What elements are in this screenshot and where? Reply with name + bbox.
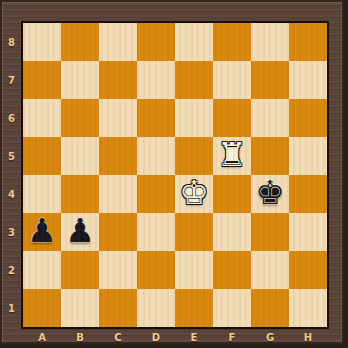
square-d4[interactable] [137,175,175,213]
square-h7[interactable] [289,61,327,99]
square-f1[interactable] [213,289,251,327]
square-f7[interactable] [213,61,251,99]
square-h2[interactable] [289,251,327,289]
board-frame: 87654321 ABCDEFGH ♜♚♚♟♟ [0,0,344,344]
chess-board: ♜♚♚♟♟ [21,21,329,329]
square-b8[interactable] [61,23,99,61]
square-c4[interactable] [99,175,137,213]
square-a6[interactable] [23,99,61,137]
square-e2[interactable] [175,251,213,289]
square-b2[interactable] [61,251,99,289]
square-b1[interactable] [61,289,99,327]
piece-white-king-e4[interactable]: ♚ [179,174,209,212]
square-g7[interactable] [251,61,289,99]
square-a4[interactable] [23,175,61,213]
rank-label-6: 6 [2,99,21,137]
square-f6[interactable] [213,99,251,137]
square-e3[interactable] [175,213,213,251]
rank-label-1: 1 [2,289,21,327]
square-e6[interactable] [175,99,213,137]
square-d3[interactable] [137,213,175,251]
square-d5[interactable] [137,137,175,175]
square-d2[interactable] [137,251,175,289]
square-c5[interactable] [99,137,137,175]
file-label-g: G [251,327,289,346]
square-e8[interactable] [175,23,213,61]
file-label-f: F [213,327,251,346]
square-d8[interactable] [137,23,175,61]
square-e7[interactable] [175,61,213,99]
square-g1[interactable] [251,289,289,327]
square-a2[interactable] [23,251,61,289]
square-h8[interactable] [289,23,327,61]
piece-black-pawn-b3[interactable]: ♟ [65,212,95,250]
square-a7[interactable] [23,61,61,99]
square-g5[interactable] [251,137,289,175]
square-h4[interactable] [289,175,327,213]
square-h3[interactable] [289,213,327,251]
square-g2[interactable] [251,251,289,289]
square-b3[interactable]: ♟ [61,213,99,251]
square-a3[interactable]: ♟ [23,213,61,251]
square-c1[interactable] [99,289,137,327]
file-label-a: A [23,327,61,346]
square-b7[interactable] [61,61,99,99]
rank-label-4: 4 [2,175,21,213]
square-h1[interactable] [289,289,327,327]
square-b4[interactable] [61,175,99,213]
square-a8[interactable] [23,23,61,61]
piece-black-king-g4[interactable]: ♚ [255,174,285,212]
rank-label-2: 2 [2,251,21,289]
square-h5[interactable] [289,137,327,175]
rank-label-3: 3 [2,213,21,251]
square-f5[interactable]: ♜ [213,137,251,175]
square-g4[interactable]: ♚ [251,175,289,213]
file-label-e: E [175,327,213,346]
square-e1[interactable] [175,289,213,327]
piece-white-rook-f5[interactable]: ♜ [217,136,247,174]
square-e5[interactable] [175,137,213,175]
square-c7[interactable] [99,61,137,99]
square-c3[interactable] [99,213,137,251]
square-g3[interactable] [251,213,289,251]
file-label-b: B [61,327,99,346]
square-f8[interactable] [213,23,251,61]
square-a5[interactable] [23,137,61,175]
square-c2[interactable] [99,251,137,289]
square-a1[interactable] [23,289,61,327]
file-label-h: H [289,327,327,346]
square-g8[interactable] [251,23,289,61]
square-b5[interactable] [61,137,99,175]
square-c6[interactable] [99,99,137,137]
file-label-c: C [99,327,137,346]
piece-black-pawn-a3[interactable]: ♟ [27,212,57,250]
square-c8[interactable] [99,23,137,61]
square-d6[interactable] [137,99,175,137]
square-e4[interactable]: ♚ [175,175,213,213]
square-d7[interactable] [137,61,175,99]
file-labels: ABCDEFGH [23,327,327,346]
square-d1[interactable] [137,289,175,327]
square-b6[interactable] [61,99,99,137]
square-h6[interactable] [289,99,327,137]
square-f4[interactable] [213,175,251,213]
rank-label-5: 5 [2,137,21,175]
square-f2[interactable] [213,251,251,289]
file-label-d: D [137,327,175,346]
rank-label-8: 8 [2,23,21,61]
rank-label-7: 7 [2,61,21,99]
square-f3[interactable] [213,213,251,251]
rank-labels: 87654321 [2,23,21,327]
square-g6[interactable] [251,99,289,137]
